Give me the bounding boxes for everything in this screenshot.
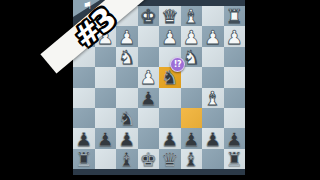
black-queen[interactable]: ♛ [161,149,178,169]
white-knight[interactable]: ♞ [118,47,135,67]
square-d5[interactable] [159,88,181,108]
black-rook[interactable]: ♜ [226,149,243,169]
square-d1[interactable]: ♛ [159,6,181,26]
square-b6[interactable] [202,108,224,128]
black-king[interactable]: ♚ [140,149,157,169]
square-g7[interactable]: ♟ [95,128,117,148]
square-h5[interactable] [73,88,95,108]
black-bishop[interactable]: ♝ [118,149,135,169]
square-d8[interactable]: ♛ [159,149,181,169]
white-rook[interactable]: ♜ [226,6,243,26]
square-b7[interactable]: ♟ [202,128,224,148]
square-f5[interactable] [116,88,138,108]
square-f6[interactable]: ♞ [116,108,138,128]
square-h8[interactable]: ♜ [73,149,95,169]
square-c4[interactable] [181,67,203,87]
square-b1[interactable] [202,6,224,26]
square-c1[interactable]: ♝ [181,6,203,26]
square-a5[interactable] [224,88,246,108]
square-g3[interactable] [95,47,117,67]
square-e1[interactable]: ♚ [138,6,160,26]
square-g8[interactable] [95,149,117,169]
square-b3[interactable] [202,47,224,67]
square-d2[interactable]: ♟ [159,26,181,46]
white-bishop[interactable]: ♝ [204,88,221,108]
black-pawn[interactable]: ♟ [75,129,92,149]
white-pawn[interactable]: ♟ [183,27,200,47]
square-f3[interactable]: ♞ [116,47,138,67]
square-f4[interactable] [116,67,138,87]
square-a4[interactable] [224,67,246,87]
square-f7[interactable]: ♟ [116,128,138,148]
chess-board-frame: ♜♚♛♝♜♟♟♟♟♟♟♟♞♞♟♞♟♝♞♟♟♟♟♟♟♟♜♝♚♛♝♜ !? ⚑ #3 [73,0,245,175]
square-d6[interactable] [159,108,181,128]
square-h7[interactable]: ♟ [73,128,95,148]
white-bishop[interactable]: ♝ [183,6,200,26]
white-pawn[interactable]: ♟ [140,67,157,87]
square-a6[interactable] [224,108,246,128]
white-king[interactable]: ♚ [140,6,157,26]
white-pawn[interactable]: ♟ [204,27,221,47]
black-pawn[interactable]: ♟ [97,129,114,149]
white-pawn[interactable]: ♟ [226,27,243,47]
square-g5[interactable] [95,88,117,108]
square-a2[interactable]: ♟ [224,26,246,46]
black-pawn[interactable]: ♟ [226,129,243,149]
black-pawn[interactable]: ♟ [118,129,135,149]
square-b5[interactable]: ♝ [202,88,224,108]
square-c2[interactable]: ♟ [181,26,203,46]
square-a1[interactable]: ♜ [224,6,246,26]
white-queen[interactable]: ♛ [161,6,178,26]
black-rook[interactable]: ♜ [75,149,92,169]
square-a3[interactable] [224,47,246,67]
black-knight[interactable]: ♞ [118,108,135,128]
square-c7[interactable]: ♟ [181,128,203,148]
white-pawn[interactable]: ♟ [118,27,135,47]
square-e4[interactable]: ♟ [138,67,160,87]
square-g4[interactable] [95,67,117,87]
square-c8[interactable]: ♝ [181,149,203,169]
square-e8[interactable]: ♚ [138,149,160,169]
square-b2[interactable]: ♟ [202,26,224,46]
square-h4[interactable] [73,67,95,87]
square-d7[interactable]: ♟ [159,128,181,148]
square-a8[interactable]: ♜ [224,149,246,169]
square-b4[interactable] [202,67,224,87]
square-g6[interactable] [95,108,117,128]
black-pawn[interactable]: ♟ [161,129,178,149]
square-e3[interactable] [138,47,160,67]
black-pawn[interactable]: ♟ [140,88,157,108]
square-a7[interactable]: ♟ [224,128,246,148]
square-e5[interactable]: ♟ [138,88,160,108]
black-bishop[interactable]: ♝ [183,149,200,169]
black-pawn[interactable]: ♟ [183,129,200,149]
square-f8[interactable]: ♝ [116,149,138,169]
square-c6[interactable] [181,108,203,128]
white-knight[interactable]: ♞ [183,47,200,67]
square-b8[interactable] [202,149,224,169]
square-e2[interactable] [138,26,160,46]
square-h6[interactable] [73,108,95,128]
move-annotation-badge: !? [170,57,185,72]
square-e7[interactable] [138,128,160,148]
square-c5[interactable] [181,88,203,108]
square-e6[interactable] [138,108,160,128]
move-annotation-text: !? [174,60,181,69]
black-pawn[interactable]: ♟ [204,129,221,149]
white-pawn[interactable]: ♟ [161,27,178,47]
